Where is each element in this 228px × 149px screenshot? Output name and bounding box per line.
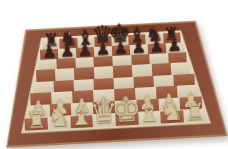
square-h2: ♟ <box>180 96 202 110</box>
square-c2: ♟ <box>71 102 93 116</box>
square-e1: ♚ <box>115 112 138 126</box>
file-label-top-c: C <box>84 30 87 35</box>
square-g2: ♟ <box>158 98 180 112</box>
file-label-top-b: B <box>67 31 70 36</box>
board-squares: ♜♞♝♛♚♝♞♜♟♟♟♟♟♟♟♟♟♟♟♟♟♟♟♟♜♞♝♛♚♝♞♜ <box>0 0 223 6</box>
square-c1: ♝ <box>70 115 93 129</box>
board-coordinates: ABCDEFGHABCDEFGH8877665544332211 <box>0 0 223 6</box>
file-label-top-g: G <box>151 26 154 31</box>
square-a1: ♜ <box>25 117 48 131</box>
file-label-top-h: H <box>168 25 171 30</box>
square-f2: ♟ <box>136 99 158 113</box>
square-d2: ♟ <box>93 101 115 115</box>
file-label-top-f: F <box>135 27 138 32</box>
square-h1: ♜ <box>183 109 206 123</box>
square-b1: ♞ <box>47 116 70 130</box>
chessboard: ♜♞♝♛♚♝♞♜♟♟♟♟♟♟♟♟♟♟♟♟♟♟♟♟♜♞♝♛♚♝♞♜ ABCDEFG… <box>0 0 228 149</box>
file-label-top-a: A <box>50 32 53 37</box>
square-b2: ♟ <box>49 103 71 117</box>
square-e2: ♟ <box>115 100 137 114</box>
square-g1: ♞ <box>161 110 184 124</box>
file-label-top-d: D <box>101 29 104 34</box>
file-label-top-e: E <box>118 28 121 33</box>
photo-background: ♜♞♝♛♚♝♞♜♟♟♟♟♟♟♟♟♟♟♟♟♟♟♟♟♜♞♝♛♚♝♞♜ ABCDEFG… <box>0 0 228 149</box>
square-f1: ♝ <box>138 111 161 125</box>
square-d1: ♛ <box>93 113 116 127</box>
square-a2: ♟ <box>28 104 50 118</box>
